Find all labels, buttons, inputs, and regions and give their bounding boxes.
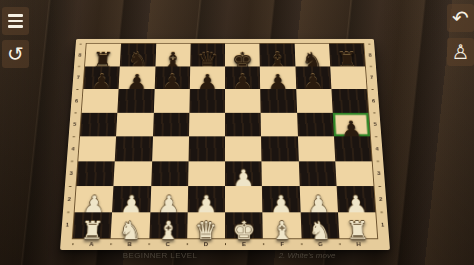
- square-b3[interactable]: [114, 161, 152, 186]
- square-h5[interactable]: ♟: [332, 112, 370, 136]
- square-e1[interactable]: ♚: [225, 212, 263, 238]
- rank-label-left-2: 2: [63, 186, 76, 212]
- square-d6[interactable]: [189, 89, 225, 112]
- rank-label-right-7: 7: [366, 66, 378, 89]
- hamburger-icon: [8, 14, 23, 27]
- rank-label-left-8: 8: [74, 44, 86, 66]
- square-d3[interactable]: [188, 161, 225, 186]
- rank-label-right-8: 8: [364, 44, 376, 66]
- square-h7[interactable]: [330, 66, 367, 89]
- square-d2[interactable]: ♟: [187, 186, 225, 212]
- square-f6[interactable]: [260, 89, 296, 112]
- square-f5[interactable]: [261, 112, 298, 136]
- rank-label-right-4: 4: [371, 136, 383, 161]
- square-f4[interactable]: [261, 136, 298, 161]
- square-c6[interactable]: [153, 89, 189, 112]
- square-h2[interactable]: ♟: [336, 186, 375, 212]
- square-b6[interactable]: [118, 89, 155, 112]
- square-b7[interactable]: ♟: [119, 66, 155, 89]
- square-d1[interactable]: ♛: [187, 212, 225, 238]
- board-squares: ♜♞♝♛♚♝♞♜♟♟♟♟♟♟♟♟♟♟♟♟♟♟♟♟♜♞♝♛♚♝♞♜: [73, 44, 377, 239]
- square-a8[interactable]: ♜: [85, 44, 121, 66]
- square-d7[interactable]: ♟: [190, 66, 225, 89]
- square-a5[interactable]: [80, 112, 118, 136]
- square-a6[interactable]: [82, 89, 119, 112]
- square-a1[interactable]: ♜: [73, 212, 112, 238]
- file-label-d: D: [187, 239, 225, 250]
- undo-move-button[interactable]: ↶: [447, 4, 474, 32]
- square-e4[interactable]: [225, 136, 262, 161]
- square-f3[interactable]: [262, 161, 300, 186]
- square-g4[interactable]: [297, 136, 335, 161]
- square-d5[interactable]: [189, 112, 225, 136]
- square-c3[interactable]: [151, 161, 189, 186]
- square-c8[interactable]: ♝: [155, 44, 190, 66]
- pawn-icon: ♙: [452, 42, 470, 62]
- square-a3[interactable]: [77, 161, 115, 186]
- file-label-c: C: [149, 239, 187, 250]
- rotate-board-button[interactable]: ↺: [2, 40, 29, 68]
- square-g7[interactable]: ♟: [295, 66, 331, 89]
- rotate-icon: ↺: [7, 44, 24, 64]
- square-g5[interactable]: [297, 112, 334, 136]
- square-b1[interactable]: ♞: [111, 212, 150, 238]
- file-label-h: H: [339, 239, 378, 250]
- rank-label-left-3: 3: [65, 161, 77, 186]
- square-c5[interactable]: [153, 112, 190, 136]
- square-f2[interactable]: ♟: [262, 186, 300, 212]
- rank-label-right-1: 1: [376, 212, 389, 238]
- turn-indicator: 2. White's move: [247, 251, 367, 263]
- square-c1[interactable]: ♝: [149, 212, 188, 238]
- player-pawn-button[interactable]: ♙: [447, 38, 474, 66]
- square-e7[interactable]: ♟: [225, 66, 260, 89]
- rank-label-left-6: 6: [71, 89, 83, 112]
- square-h4[interactable]: [334, 136, 372, 161]
- square-g3[interactable]: [298, 161, 336, 186]
- square-e6[interactable]: [225, 89, 261, 112]
- file-labels-bottom: ABCDEFGH: [72, 239, 378, 250]
- square-e5[interactable]: [225, 112, 261, 136]
- square-g8[interactable]: ♞: [294, 44, 330, 66]
- undo-icon: ↶: [452, 8, 469, 28]
- square-g2[interactable]: ♟: [299, 186, 337, 212]
- square-a4[interactable]: [78, 136, 116, 161]
- file-label-e: E: [225, 239, 263, 250]
- rank-label-left-7: 7: [72, 66, 84, 89]
- square-d8[interactable]: ♛: [190, 44, 225, 66]
- square-e3[interactable]: ♟: [225, 161, 262, 186]
- square-b2[interactable]: ♟: [112, 186, 150, 212]
- rank-label-right-3: 3: [373, 161, 385, 186]
- file-label-b: B: [110, 239, 149, 250]
- file-label-f: F: [263, 239, 301, 250]
- rank-label-left-5: 5: [69, 112, 81, 136]
- square-g6[interactable]: [296, 89, 333, 112]
- chess-board: 87654321 87654321 ♜♞♝♛♚♝♞♜♟♟♟♟♟♟♟♟♟♟♟♟♟♟…: [60, 39, 390, 250]
- square-e2[interactable]: [225, 186, 263, 212]
- file-label-a: A: [72, 239, 111, 250]
- square-c2[interactable]: ♟: [150, 186, 188, 212]
- rank-label-right-6: 6: [368, 89, 380, 112]
- menu-button[interactable]: [2, 7, 29, 35]
- square-a2[interactable]: ♟: [75, 186, 114, 212]
- square-b4[interactable]: [115, 136, 153, 161]
- app-background: { "game": "chess", "toolbar_left": { "ro…: [0, 0, 474, 265]
- square-f8[interactable]: ♝: [260, 44, 295, 66]
- rank-label-right-2: 2: [374, 186, 387, 212]
- square-f7[interactable]: ♟: [260, 66, 296, 89]
- square-g1[interactable]: ♞: [300, 212, 339, 238]
- square-h1[interactable]: ♜: [338, 212, 377, 238]
- square-f1[interactable]: ♝: [263, 212, 302, 238]
- square-b8[interactable]: ♞: [120, 44, 156, 66]
- square-h8[interactable]: ♜: [329, 44, 365, 66]
- rank-label-left-1: 1: [61, 212, 74, 238]
- square-e8[interactable]: ♚: [225, 44, 260, 66]
- file-label-g: G: [301, 239, 340, 250]
- square-c4[interactable]: [152, 136, 189, 161]
- square-b5[interactable]: [116, 112, 153, 136]
- square-d4[interactable]: [188, 136, 225, 161]
- square-h6[interactable]: [331, 89, 368, 112]
- square-a7[interactable]: ♟: [83, 66, 120, 89]
- rank-label-right-5: 5: [369, 112, 381, 136]
- level-label: BEGINNER LEVEL: [90, 251, 230, 263]
- square-c7[interactable]: ♟: [154, 66, 190, 89]
- square-h3[interactable]: [335, 161, 373, 186]
- rank-label-left-4: 4: [67, 136, 79, 161]
